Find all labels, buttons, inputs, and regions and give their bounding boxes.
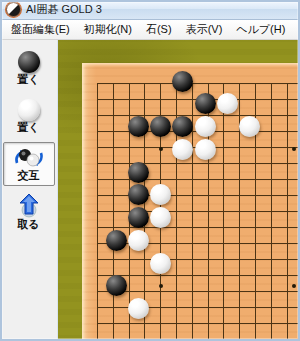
alternate-button[interactable]: 交互 bbox=[3, 142, 55, 186]
menu-item-view[interactable]: 表示(V) bbox=[179, 20, 230, 39]
black-stone[interactable] bbox=[172, 71, 193, 92]
black-stone[interactable] bbox=[150, 116, 171, 137]
white-stone[interactable] bbox=[195, 116, 216, 137]
white-stone[interactable] bbox=[172, 139, 193, 160]
black-stone[interactable] bbox=[128, 162, 149, 183]
black-stone[interactable] bbox=[128, 207, 149, 228]
star-point bbox=[292, 147, 296, 151]
app-icon bbox=[6, 2, 21, 17]
grid-line-vertical bbox=[223, 83, 224, 341]
place-black-label: 置く bbox=[17, 74, 39, 85]
white-stone[interactable] bbox=[217, 93, 238, 114]
place-white-button[interactable]: 置く bbox=[3, 94, 55, 138]
board-background bbox=[58, 40, 300, 341]
place-white-label: 置く bbox=[17, 122, 39, 133]
title-bar: AI囲碁 GOLD 3 bbox=[0, 0, 300, 20]
black-stone[interactable] bbox=[106, 275, 127, 296]
white-stone[interactable] bbox=[195, 139, 216, 160]
grid-line-horizontal bbox=[97, 115, 300, 116]
alternate-stones-icon bbox=[14, 147, 44, 169]
window-title: AI囲碁 GOLD 3 bbox=[26, 2, 102, 17]
alternate-label: 交互 bbox=[18, 170, 40, 181]
black-stone[interactable] bbox=[128, 116, 149, 137]
grid-line-vertical bbox=[287, 83, 288, 341]
black-stone[interactable] bbox=[128, 184, 149, 205]
grid-line-horizontal bbox=[97, 259, 300, 260]
white-stone[interactable] bbox=[150, 253, 171, 274]
star-point bbox=[159, 147, 163, 151]
menu-item-help[interactable]: ヘルプ(H) bbox=[229, 20, 292, 39]
tool-sidebar: 置く 置く 交互 取る bbox=[0, 40, 58, 341]
grid-line-horizontal bbox=[97, 275, 300, 276]
white-stone[interactable] bbox=[128, 298, 149, 319]
menu-item-initialize[interactable]: 初期化(N) bbox=[77, 20, 139, 39]
white-stone[interactable] bbox=[128, 230, 149, 251]
grid-line-horizontal bbox=[97, 163, 300, 164]
grid-line-vertical bbox=[97, 83, 98, 341]
black-stone[interactable] bbox=[195, 93, 216, 114]
take-button[interactable]: 取る bbox=[3, 190, 55, 234]
grid-line-horizontal bbox=[97, 323, 300, 324]
white-stone[interactable] bbox=[150, 184, 171, 205]
grid-line-horizontal bbox=[97, 339, 300, 340]
star-point bbox=[292, 284, 296, 288]
grid-line-horizontal bbox=[97, 179, 300, 180]
grid-line-horizontal bbox=[97, 227, 300, 228]
star-point bbox=[159, 284, 163, 288]
grid-line-vertical bbox=[271, 83, 272, 341]
white-stone-icon bbox=[18, 99, 40, 121]
grid-line-horizontal bbox=[97, 83, 300, 84]
white-stone[interactable] bbox=[150, 207, 171, 228]
menu-item-stone[interactable]: 石(S) bbox=[139, 20, 179, 39]
grid-line-horizontal bbox=[97, 211, 300, 212]
take-stone-icon bbox=[16, 194, 42, 218]
take-label: 取る bbox=[17, 219, 39, 230]
black-stone[interactable] bbox=[172, 116, 193, 137]
black-stone[interactable] bbox=[106, 230, 127, 251]
goban[interactable] bbox=[82, 63, 300, 341]
menu-item-board-edit[interactable]: 盤面編集(E) bbox=[4, 20, 77, 39]
grid-line-vertical bbox=[113, 83, 114, 341]
black-stone-icon bbox=[18, 51, 40, 73]
menu-bar: 盤面編集(E) 初期化(N) 石(S) 表示(V) ヘルプ(H) bbox=[0, 20, 300, 40]
place-black-button[interactable]: 置く bbox=[3, 46, 55, 90]
grid-line-horizontal bbox=[97, 291, 300, 292]
white-stone[interactable] bbox=[239, 116, 260, 137]
